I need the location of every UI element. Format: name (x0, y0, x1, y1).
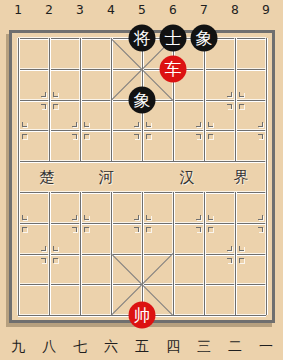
point-marker (72, 227, 77, 232)
top-file-label: 8 (224, 2, 246, 17)
file-line (142, 192, 143, 315)
red-chariot-piece[interactable]: 车 (160, 56, 187, 83)
point-marker (208, 122, 213, 127)
point-marker (196, 227, 201, 232)
point-marker (146, 227, 151, 232)
point-marker (53, 104, 58, 109)
bottom-file-label: 九 (7, 339, 29, 354)
river-text: 界 (229, 169, 253, 186)
point-marker (53, 92, 58, 97)
point-marker (146, 134, 151, 139)
point-marker (22, 122, 27, 127)
file-line (266, 38, 267, 315)
bottom-file-label: 八 (38, 339, 60, 354)
file-line (49, 38, 50, 161)
point-marker (146, 215, 151, 220)
bottom-file-label: 六 (100, 339, 122, 354)
point-marker (239, 246, 244, 251)
point-marker (22, 227, 27, 232)
black-elephant-piece[interactable]: 象 (129, 87, 156, 114)
file-line (235, 192, 236, 315)
point-marker (258, 215, 263, 220)
point-marker (134, 122, 139, 127)
point-marker (72, 215, 77, 220)
point-marker (41, 104, 46, 109)
point-marker (84, 215, 89, 220)
top-file-label: 7 (193, 2, 215, 17)
point-marker (239, 104, 244, 109)
point-marker (22, 134, 27, 139)
rank-line (18, 161, 266, 162)
point-marker (134, 227, 139, 232)
file-line (204, 192, 205, 315)
point-marker (41, 258, 46, 263)
file-line (235, 38, 236, 161)
red-general-piece[interactable]: 帅 (129, 302, 156, 329)
file-line (80, 192, 81, 315)
point-marker (53, 258, 58, 263)
bottom-file-label: 四 (162, 339, 184, 354)
river-text: 汉 (175, 169, 199, 186)
point-marker (227, 92, 232, 97)
bottom-file-label: 二 (224, 339, 246, 354)
bottom-file-label: 七 (69, 339, 91, 354)
river-text: 楚 (35, 169, 59, 186)
point-marker (258, 227, 263, 232)
bottom-file-label: 五 (131, 339, 153, 354)
point-marker (134, 215, 139, 220)
point-marker (227, 246, 232, 251)
top-file-label: 6 (162, 2, 184, 17)
black-advisor-piece[interactable]: 士 (160, 25, 187, 52)
point-marker (72, 134, 77, 139)
point-marker (208, 227, 213, 232)
top-file-label: 4 (100, 2, 122, 17)
point-marker (134, 134, 139, 139)
file-line (18, 38, 19, 315)
top-file-label: 1 (7, 2, 29, 17)
point-marker (41, 246, 46, 251)
top-file-label: 5 (131, 2, 153, 17)
point-marker (258, 122, 263, 127)
point-marker (227, 104, 232, 109)
top-file-label: 9 (255, 2, 277, 17)
black-general-piece[interactable]: 将 (129, 25, 156, 52)
point-marker (208, 215, 213, 220)
point-marker (227, 258, 232, 263)
point-marker (208, 134, 213, 139)
point-marker (22, 215, 27, 220)
top-file-label: 2 (38, 2, 60, 17)
file-line (80, 38, 81, 161)
point-marker (239, 92, 244, 97)
point-marker (196, 134, 201, 139)
top-file-label: 3 (69, 2, 91, 17)
point-marker (258, 134, 263, 139)
xiangqi-app: 1 2 3 4 5 6 7 8 9 将士象车象帅 楚 河 汉 界 九 八 七 六… (0, 0, 283, 360)
bottom-file-label: 一 (255, 339, 277, 354)
point-marker (84, 134, 89, 139)
bottom-file-label: 三 (193, 339, 215, 354)
point-marker (53, 246, 58, 251)
river-text: 河 (94, 169, 118, 186)
point-marker (239, 258, 244, 263)
point-marker (146, 122, 151, 127)
point-marker (84, 227, 89, 232)
point-marker (84, 122, 89, 127)
point-marker (196, 215, 201, 220)
point-marker (72, 122, 77, 127)
file-line (49, 192, 50, 315)
point-marker (196, 122, 201, 127)
black-elephant-piece[interactable]: 象 (191, 25, 218, 52)
point-marker (41, 92, 46, 97)
file-line (204, 38, 205, 161)
